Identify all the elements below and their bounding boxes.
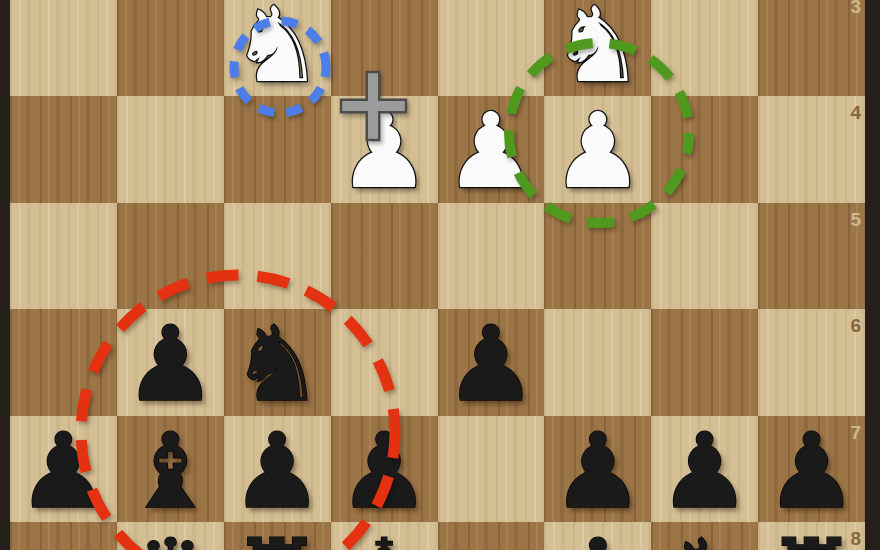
board-frame-left bbox=[0, 0, 10, 550]
piece-white-pawn-d4[interactable]: ♟ bbox=[438, 98, 545, 205]
piece-black-knight-f6[interactable]: ♞ bbox=[224, 311, 331, 418]
chess-board-viewport: 345678 ♞♞♟♟♟♟♞♟♟♝♟♟♟♟♟♛♜♚♝♞♜ bbox=[0, 0, 880, 550]
piece-black-king-e8[interactable]: ♚ bbox=[331, 524, 438, 550]
piece-black-pawn-f7[interactable]: ♟ bbox=[224, 418, 331, 525]
piece-black-pawn-g6[interactable]: ♟ bbox=[117, 311, 224, 418]
piece-black-bishop-g7[interactable]: ♝ bbox=[117, 418, 224, 525]
piece-white-knight-c3[interactable]: ♞ bbox=[544, 0, 651, 98]
piece-black-pawn-h7[interactable]: ♟ bbox=[10, 418, 117, 525]
piece-black-pawn-d6[interactable]: ♟ bbox=[438, 311, 545, 418]
piece-black-queen-g8[interactable]: ♛ bbox=[117, 524, 224, 550]
board-pieces: ♞♞♟♟♟♟♞♟♟♝♟♟♟♟♟♛♜♚♝♞♜ bbox=[0, 0, 880, 550]
piece-black-bishop-c8[interactable]: ♝ bbox=[544, 524, 651, 550]
piece-black-pawn-b7[interactable]: ♟ bbox=[651, 418, 758, 525]
board-frame-right bbox=[865, 0, 880, 550]
piece-black-rook-a8[interactable]: ♜ bbox=[758, 524, 865, 550]
piece-black-pawn-c7[interactable]: ♟ bbox=[544, 418, 651, 525]
piece-black-pawn-a7[interactable]: ♟ bbox=[758, 418, 865, 525]
piece-white-knight-f3[interactable]: ♞ bbox=[224, 0, 331, 98]
piece-white-pawn-c4[interactable]: ♟ bbox=[544, 98, 651, 205]
piece-black-pawn-e7[interactable]: ♟ bbox=[331, 418, 438, 525]
piece-white-pawn-e4[interactable]: ♟ bbox=[331, 98, 438, 205]
piece-black-knight-b8[interactable]: ♞ bbox=[651, 524, 758, 550]
piece-black-rook-f8[interactable]: ♜ bbox=[224, 524, 331, 550]
